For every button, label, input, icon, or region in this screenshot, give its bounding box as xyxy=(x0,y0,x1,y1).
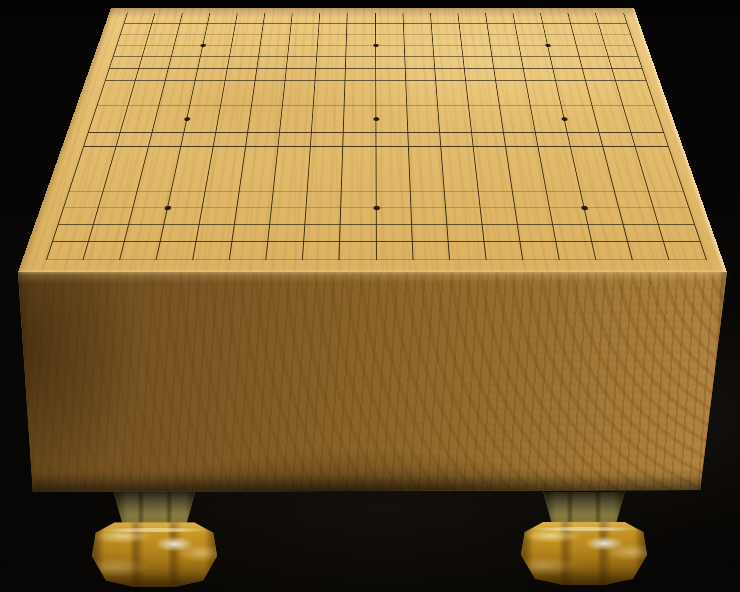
grid-cell[interactable] xyxy=(467,93,499,106)
grid-cell[interactable] xyxy=(406,81,437,93)
grid-cell[interactable] xyxy=(152,119,187,133)
grid-cell[interactable] xyxy=(480,208,517,225)
grid-cell[interactable] xyxy=(303,242,340,260)
grid-cell[interactable] xyxy=(267,242,305,260)
grid-cell[interactable] xyxy=(472,133,506,147)
grid-cell[interactable] xyxy=(112,147,149,162)
grid-cell[interactable] xyxy=(200,208,238,225)
grid-cell[interactable] xyxy=(314,93,345,106)
grid-cell[interactable] xyxy=(556,81,589,93)
grid-cell[interactable] xyxy=(175,161,211,176)
grid-cell[interactable] xyxy=(510,176,546,192)
grid-cell[interactable] xyxy=(533,119,567,133)
grid-cell[interactable] xyxy=(659,225,700,242)
grid-cell[interactable] xyxy=(403,24,432,35)
grid-cell[interactable] xyxy=(543,24,574,35)
grid-cell[interactable] xyxy=(376,119,408,133)
grid-cell[interactable] xyxy=(609,57,642,69)
grid-cell[interactable] xyxy=(84,133,121,147)
grid-cell[interactable] xyxy=(489,34,519,45)
grid-cell[interactable] xyxy=(94,208,134,225)
grid-cell[interactable] xyxy=(310,147,343,162)
grid-cell[interactable] xyxy=(487,24,517,35)
grid-cell[interactable] xyxy=(376,133,408,147)
grid-cell[interactable] xyxy=(577,176,615,192)
grid-cell[interactable] xyxy=(132,81,166,93)
grid-cell[interactable] xyxy=(404,46,434,57)
grid-cell[interactable] xyxy=(79,147,116,162)
grid-cell[interactable] xyxy=(312,119,344,133)
grid-cell[interactable] xyxy=(313,106,345,119)
grid-cell[interactable] xyxy=(317,46,347,57)
grid-cell[interactable] xyxy=(443,176,478,192)
grid-cell[interactable] xyxy=(435,69,466,81)
grid-cell[interactable] xyxy=(203,192,240,208)
grid-cell[interactable] xyxy=(250,106,283,119)
grid-cell[interactable] xyxy=(599,24,631,35)
grid-cell[interactable] xyxy=(411,208,447,225)
grid-cell[interactable] xyxy=(307,192,342,208)
grid-cell[interactable] xyxy=(318,34,347,45)
grid-cell[interactable] xyxy=(654,208,694,225)
grid-cell[interactable] xyxy=(145,147,181,162)
grid-cell[interactable] xyxy=(553,69,586,81)
grid-cell[interactable] xyxy=(264,13,293,23)
grid-cell[interactable] xyxy=(592,106,627,119)
grid-cell[interactable] xyxy=(571,24,602,35)
grid-cell[interactable] xyxy=(620,93,655,106)
grid-cell[interactable] xyxy=(110,57,143,69)
grid-cell[interactable] xyxy=(519,46,550,57)
grid-cell[interactable] xyxy=(470,119,503,133)
grid-cell[interactable] xyxy=(500,106,533,119)
grid-cell[interactable] xyxy=(347,34,376,45)
grid-cell[interactable] xyxy=(196,69,228,81)
grid-cell[interactable] xyxy=(103,176,141,192)
grid-cell[interactable] xyxy=(69,176,108,192)
grid-cell[interactable] xyxy=(631,133,668,147)
grid-cell[interactable] xyxy=(152,13,183,23)
grid-cell[interactable] xyxy=(201,46,232,57)
grid-cell[interactable] xyxy=(567,133,603,147)
grid-cell[interactable] xyxy=(274,176,309,192)
grid-cell[interactable] xyxy=(214,133,248,147)
grid-cell[interactable] xyxy=(433,46,463,57)
grid-cell[interactable] xyxy=(459,24,489,35)
grid-cell[interactable] xyxy=(206,24,236,35)
grid-cell[interactable] xyxy=(282,106,314,119)
grid-cell[interactable] xyxy=(221,93,254,106)
grid-cell[interactable] xyxy=(235,208,272,225)
grid-cell[interactable] xyxy=(315,81,346,93)
grid-cell[interactable] xyxy=(616,81,650,93)
grid-cell[interactable] xyxy=(99,192,138,208)
grid-cell[interactable] xyxy=(444,192,480,208)
grid-cell[interactable] xyxy=(528,93,561,106)
grid-cell[interactable] xyxy=(586,81,620,93)
grid-cell[interactable] xyxy=(437,93,469,106)
grid-cell[interactable] xyxy=(410,176,445,192)
grid-cell[interactable] xyxy=(628,242,669,260)
grid-cell[interactable] xyxy=(277,147,311,162)
grid-cell[interactable] xyxy=(319,24,348,35)
grid-cell[interactable] xyxy=(376,147,409,162)
grid-cell[interactable] xyxy=(615,192,654,208)
grid-cell[interactable] xyxy=(102,81,136,93)
grid-cell[interactable] xyxy=(286,69,317,81)
grid-cell[interactable] xyxy=(589,93,623,106)
grid-cell[interactable] xyxy=(242,161,277,176)
grid-cell[interactable] xyxy=(284,81,315,93)
grid-cell[interactable] xyxy=(463,57,494,69)
grid-cell[interactable] xyxy=(106,69,140,81)
grid-cell[interactable] xyxy=(254,81,286,93)
grid-cell[interactable] xyxy=(506,147,541,162)
grid-cell[interactable] xyxy=(521,57,553,69)
grid-cell[interactable] xyxy=(164,208,202,225)
grid-cell[interactable] xyxy=(177,24,208,35)
grid-cell[interactable] xyxy=(120,242,160,260)
grid-cell[interactable] xyxy=(410,192,445,208)
grid-cell[interactable] xyxy=(376,176,410,192)
grid-cell[interactable] xyxy=(272,192,308,208)
grid-cell[interactable] xyxy=(228,57,259,69)
grid-cell[interactable] xyxy=(146,34,178,45)
grid-cell[interactable] xyxy=(466,81,498,93)
grid-cell[interactable] xyxy=(376,242,413,260)
grid-cell[interactable] xyxy=(404,34,433,45)
grid-cell[interactable] xyxy=(431,24,460,35)
grid-cell[interactable] xyxy=(458,13,487,23)
grid-cell[interactable] xyxy=(375,13,403,23)
grid-cell[interactable] xyxy=(108,161,145,176)
grid-cell[interactable] xyxy=(548,46,580,57)
grid-cell[interactable] xyxy=(583,69,616,81)
grid-cell[interactable] xyxy=(309,161,343,176)
grid-cell[interactable] xyxy=(475,161,510,176)
grid-cell[interactable] xyxy=(568,13,599,23)
grid-cell[interactable] xyxy=(248,119,281,133)
grid-cell[interactable] xyxy=(623,106,658,119)
grid-cell[interactable] xyxy=(541,13,571,23)
grid-cell[interactable] xyxy=(607,161,644,176)
grid-cell[interactable] xyxy=(117,34,149,45)
grid-cell[interactable] xyxy=(553,225,592,242)
grid-cell[interactable] xyxy=(448,242,486,260)
grid-cell[interactable] xyxy=(187,106,221,119)
grid-cell[interactable] xyxy=(464,69,495,81)
grid-cell[interactable] xyxy=(376,161,410,176)
grid-cell[interactable] xyxy=(342,176,376,192)
grid-cell[interactable] xyxy=(347,46,376,57)
grid-cell[interactable] xyxy=(405,57,435,69)
grid-cell[interactable] xyxy=(469,106,502,119)
grid-cell[interactable] xyxy=(556,242,596,260)
grid-cell[interactable] xyxy=(269,225,306,242)
grid-cell[interactable] xyxy=(611,176,649,192)
grid-cell[interactable] xyxy=(664,242,706,260)
grid-cell[interactable] xyxy=(513,13,543,23)
grid-cell[interactable] xyxy=(588,225,628,242)
grid-cell[interactable] xyxy=(233,225,271,242)
grid-cell[interactable] xyxy=(193,81,226,93)
grid-cell[interactable] xyxy=(230,242,269,260)
grid-cell[interactable] xyxy=(234,24,264,35)
grid-cell[interactable] xyxy=(376,24,404,35)
grid-cell[interactable] xyxy=(550,208,588,225)
grid-cell[interactable] xyxy=(473,147,508,162)
grid-cell[interactable] xyxy=(492,57,523,69)
grid-cell[interactable] xyxy=(261,34,291,45)
grid-cell[interactable] xyxy=(256,69,287,81)
grid-cell[interactable] xyxy=(139,57,172,69)
grid-cell[interactable] xyxy=(440,133,474,147)
grid-cell[interactable] xyxy=(559,93,593,106)
grid-cell[interactable] xyxy=(257,57,288,69)
grid-cell[interactable] xyxy=(343,147,376,162)
grid-cell[interactable] xyxy=(574,161,611,176)
grid-cell[interactable] xyxy=(246,133,280,147)
grid-cell[interactable] xyxy=(599,133,635,147)
grid-cell[interactable] xyxy=(462,46,492,57)
grid-cell[interactable] xyxy=(498,93,531,106)
grid-cell[interactable] xyxy=(344,119,376,133)
grid-cell[interactable] xyxy=(580,57,613,69)
grid-cell[interactable] xyxy=(181,133,216,147)
grid-cell[interactable] xyxy=(541,161,577,176)
grid-cell[interactable] xyxy=(143,46,175,57)
grid-cell[interactable] xyxy=(376,81,407,93)
grid-cell[interactable] xyxy=(226,69,258,81)
grid-cell[interactable] xyxy=(494,69,526,81)
grid-cell[interactable] xyxy=(584,208,623,225)
grid-cell[interactable] xyxy=(53,225,94,242)
grid-cell[interactable] xyxy=(592,242,633,260)
grid-cell[interactable] xyxy=(477,176,513,192)
grid-cell[interactable] xyxy=(190,93,223,106)
grid-cell[interactable] xyxy=(223,81,255,93)
grid-cell[interactable] xyxy=(376,192,411,208)
grid-cell[interactable] xyxy=(376,46,405,57)
grid-cell[interactable] xyxy=(517,34,548,45)
grid-cell[interactable] xyxy=(64,192,103,208)
grid-cell[interactable] xyxy=(270,208,306,225)
grid-cell[interactable] xyxy=(252,93,284,106)
grid-cell[interactable] xyxy=(343,161,377,176)
grid-cell[interactable] xyxy=(544,176,581,192)
grid-cell[interactable] xyxy=(141,161,178,176)
grid-cell[interactable] xyxy=(502,119,536,133)
grid-cell[interactable] xyxy=(550,57,582,69)
grid-cell[interactable] xyxy=(287,57,317,69)
grid-cell[interactable] xyxy=(439,119,472,133)
grid-cell[interactable] xyxy=(306,208,342,225)
grid-cell[interactable] xyxy=(478,192,515,208)
grid-cell[interactable] xyxy=(447,225,484,242)
grid-cell[interactable] xyxy=(436,81,467,93)
grid-cell[interactable] xyxy=(408,133,441,147)
grid-cell[interactable] xyxy=(168,192,206,208)
grid-cell[interactable] xyxy=(345,81,375,93)
grid-cell[interactable] xyxy=(577,46,609,57)
grid-cell[interactable] xyxy=(136,69,169,81)
grid-cell[interactable] xyxy=(184,119,218,133)
grid-cell[interactable] xyxy=(180,13,210,23)
grid-cell[interactable] xyxy=(208,13,238,23)
grid-cell[interactable] xyxy=(412,225,449,242)
grid-cell[interactable] xyxy=(405,69,436,81)
grid-cell[interactable] xyxy=(320,13,348,23)
grid-cell[interactable] xyxy=(317,57,347,69)
grid-cell[interactable] xyxy=(124,106,159,119)
grid-cell[interactable] xyxy=(627,119,663,133)
grid-cell[interactable] xyxy=(203,34,234,45)
grid-cell[interactable] xyxy=(518,225,557,242)
grid-cell[interactable] xyxy=(125,225,165,242)
grid-cell[interactable] xyxy=(128,93,162,106)
grid-cell[interactable] xyxy=(262,24,291,35)
grid-cell[interactable] xyxy=(121,119,156,133)
grid-cell[interactable] xyxy=(538,147,574,162)
grid-cell[interactable] xyxy=(172,176,209,192)
grid-cell[interactable] xyxy=(441,147,475,162)
grid-cell[interactable] xyxy=(89,225,129,242)
grid-cell[interactable] xyxy=(515,24,545,35)
grid-cell[interactable] xyxy=(504,133,539,147)
grid-cell[interactable] xyxy=(640,161,678,176)
grid-cell[interactable] xyxy=(619,208,659,225)
grid-cell[interactable] xyxy=(288,46,318,57)
grid-cell[interactable] xyxy=(157,242,197,260)
grid-cell[interactable] xyxy=(280,119,313,133)
grid-cell[interactable] xyxy=(524,69,556,81)
grid-cell[interactable] xyxy=(340,242,377,260)
grid-cell[interactable] xyxy=(291,24,320,35)
grid-cell[interactable] xyxy=(74,161,112,176)
grid-cell[interactable] xyxy=(345,93,376,106)
grid-cell[interactable] xyxy=(490,46,521,57)
grid-cell[interactable] xyxy=(406,93,437,106)
grid-cell[interactable] xyxy=(484,242,523,260)
grid-cell[interactable] xyxy=(259,46,289,57)
grid-cell[interactable] xyxy=(376,208,411,225)
grid-cell[interactable] xyxy=(292,13,321,23)
grid-cell[interactable] xyxy=(198,57,230,69)
grid-cell[interactable] xyxy=(149,24,180,35)
grid-cell[interactable] xyxy=(482,225,520,242)
grid-cell[interactable] xyxy=(513,192,550,208)
grid-cell[interactable] xyxy=(409,161,443,176)
grid-cell[interactable] xyxy=(219,106,252,119)
grid-cell[interactable] xyxy=(526,81,559,93)
grid-cell[interactable] xyxy=(236,13,265,23)
grid-cell[interactable] xyxy=(283,93,315,106)
grid-cell[interactable] xyxy=(347,24,375,35)
grid-cell[interactable] xyxy=(240,176,276,192)
grid-cell[interactable] xyxy=(596,119,631,133)
grid-cell[interactable] xyxy=(574,34,606,45)
grid-cell[interactable] xyxy=(376,93,407,106)
grid-cell[interactable] xyxy=(208,161,244,176)
grid-cell[interactable] xyxy=(232,34,262,45)
grid-cell[interactable] xyxy=(531,106,565,119)
grid-cell[interactable] xyxy=(216,119,250,133)
grid-cell[interactable] xyxy=(340,225,376,242)
grid-cell[interactable] xyxy=(432,34,462,45)
grid-cell[interactable] xyxy=(149,133,184,147)
grid-cell[interactable] xyxy=(161,225,200,242)
grid-cell[interactable] xyxy=(244,147,279,162)
grid-cell[interactable] xyxy=(438,106,470,119)
grid-cell[interactable] xyxy=(178,147,214,162)
grid-cell[interactable] xyxy=(159,93,193,106)
grid-cell[interactable] xyxy=(342,192,377,208)
grid-cell[interactable] xyxy=(304,225,341,242)
grid-cell[interactable] xyxy=(636,147,673,162)
grid-cell[interactable] xyxy=(276,161,311,176)
grid-cell[interactable] xyxy=(649,192,688,208)
grid-cell[interactable] xyxy=(341,208,376,225)
grid-cell[interactable] xyxy=(376,225,412,242)
grid-cell[interactable] xyxy=(166,69,199,81)
grid-cell[interactable] xyxy=(515,208,553,225)
grid-cell[interactable] xyxy=(508,161,544,176)
grid-cell[interactable] xyxy=(230,46,261,57)
grid-cell[interactable] xyxy=(84,242,125,260)
grid-cell[interactable] xyxy=(93,106,128,119)
grid-cell[interactable] xyxy=(376,106,407,119)
grid-cell[interactable] xyxy=(520,242,559,260)
grid-cell[interactable] xyxy=(97,93,132,106)
grid-cell[interactable] xyxy=(376,34,405,45)
grid-cell[interactable] xyxy=(536,133,571,147)
grid-cell[interactable] xyxy=(344,106,375,119)
grid-cell[interactable] xyxy=(169,57,201,69)
grid-cell[interactable] xyxy=(59,208,99,225)
grid-cell[interactable] xyxy=(316,69,346,81)
grid-cell[interactable] xyxy=(89,119,125,133)
grid-cell[interactable] xyxy=(571,147,607,162)
grid-cell[interactable] xyxy=(113,46,145,57)
grid-cell[interactable] xyxy=(124,13,155,23)
grid-cell[interactable] xyxy=(403,13,431,23)
grid-cell[interactable] xyxy=(289,34,318,45)
grid-cell[interactable] xyxy=(602,34,634,45)
grid-cell[interactable] xyxy=(311,133,344,147)
grid-cell[interactable] xyxy=(547,192,585,208)
grid-cell[interactable] xyxy=(197,225,235,242)
grid-cell[interactable] xyxy=(442,161,477,176)
grid-cell[interactable] xyxy=(137,176,174,192)
grid-cell[interactable] xyxy=(116,133,152,147)
grid-cell[interactable] xyxy=(407,106,439,119)
grid-cell[interactable] xyxy=(408,147,442,162)
grid-cell[interactable] xyxy=(346,57,376,69)
grid-cell[interactable] xyxy=(603,147,640,162)
grid-cell[interactable] xyxy=(486,13,515,23)
grid-cell[interactable] xyxy=(596,13,627,23)
grid-cell[interactable] xyxy=(412,242,449,260)
grid-cell[interactable] xyxy=(623,225,663,242)
grid-cell[interactable] xyxy=(47,242,89,260)
grid-cell[interactable] xyxy=(172,46,204,57)
grid-cell[interactable] xyxy=(564,119,599,133)
grid-cell[interactable] xyxy=(407,119,439,133)
grid-cell[interactable] xyxy=(237,192,273,208)
grid-cell[interactable] xyxy=(376,69,406,81)
grid-cell[interactable] xyxy=(211,147,246,162)
grid-cell[interactable] xyxy=(206,176,242,192)
